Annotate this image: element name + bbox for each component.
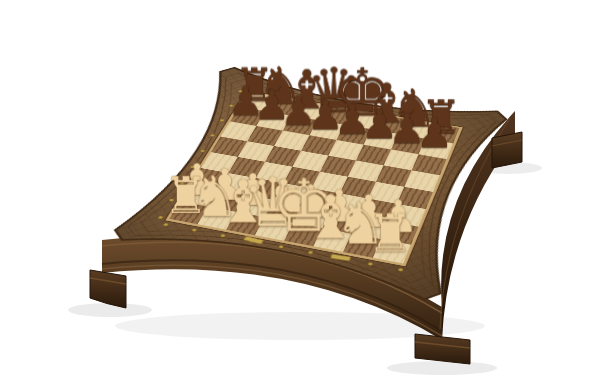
piece-light-rook[interactable]: ♜ [360,209,420,256]
left-foot [90,270,126,308]
piece-dark-pawn[interactable]: ♟ [406,115,461,153]
product-photo-scene: ♜♞♝♛♚♝♞♜♟♟♟♟♟♟♟♟♟♟♟♟♟♟♟♟♜♞♝♛♚♝♞♜ [0,0,600,380]
bottom-foot [415,334,470,364]
